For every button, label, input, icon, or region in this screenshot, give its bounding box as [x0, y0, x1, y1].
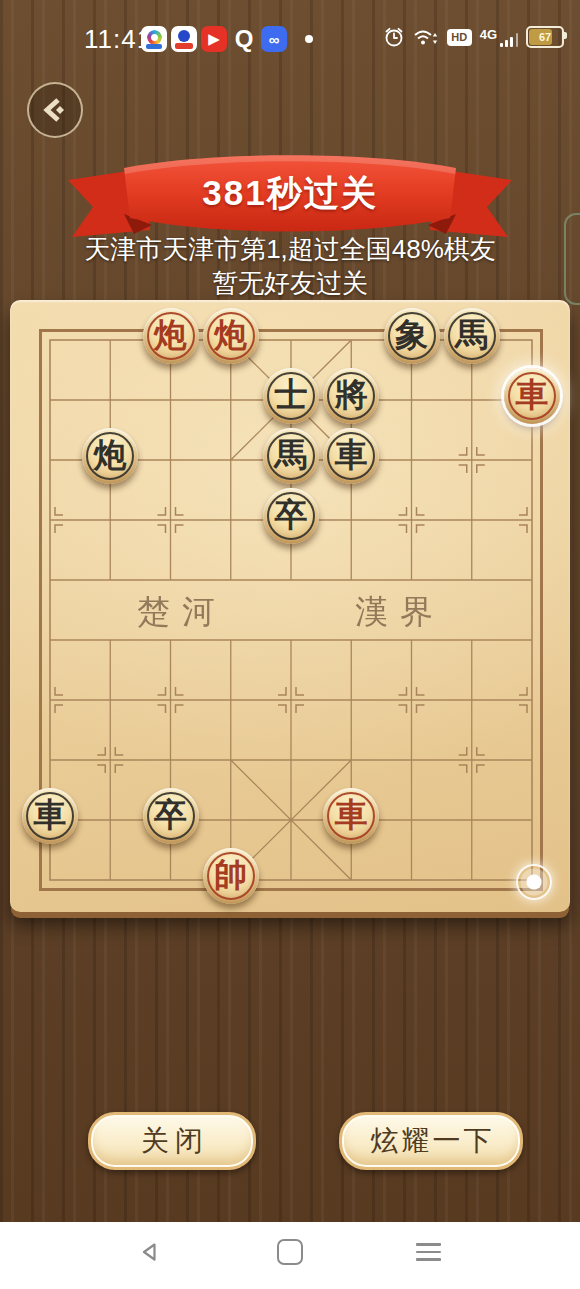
notification-icons: ▶ Q ∞	[141, 26, 313, 52]
piece-red-炮[interactable]: 炮	[143, 308, 199, 364]
alarm-clock-icon	[383, 26, 405, 48]
piece-red-帥[interactable]: 帥	[203, 848, 259, 904]
piece-black-車[interactable]: 車	[22, 788, 78, 844]
piece-glyph: 車	[34, 799, 67, 832]
rank-stats: 天津市天津市第1,超过全国48%棋友 暂无好友过关	[0, 232, 580, 300]
piece-glyph: 象	[395, 319, 428, 352]
nav-back-icon	[137, 1239, 163, 1265]
app-q-icon: Q	[231, 26, 257, 52]
piece-black-將[interactable]: 將	[323, 368, 379, 424]
piece-red-車[interactable]: 車	[323, 788, 379, 844]
piece-glyph: 車	[335, 439, 368, 472]
close-button[interactable]: 关闭	[88, 1112, 256, 1170]
rank-line: 天津市天津市第1,超过全国48%棋友	[0, 232, 580, 266]
app-infinity-icon: ∞	[261, 26, 287, 52]
piece-glyph: 將	[335, 379, 368, 412]
piece-black-象[interactable]: 象	[384, 308, 440, 364]
river-label-han-jie: 漢界	[324, 590, 464, 635]
piece-red-車[interactable]: 車	[504, 368, 560, 424]
move-from-indicator	[516, 864, 552, 900]
back-arrow-icon	[38, 93, 72, 127]
piece-black-炮[interactable]: 炮	[82, 428, 138, 484]
status-bar: 11:41 ▶ Q ∞ HD 4G 67	[0, 0, 580, 64]
piece-glyph: 車	[516, 379, 549, 412]
back-button[interactable]	[27, 82, 83, 138]
piece-glyph: 馬	[275, 439, 308, 472]
banner-title: 381秒过关	[60, 170, 520, 217]
piece-glyph: 炮	[94, 439, 127, 472]
nav-home-icon	[277, 1239, 303, 1265]
nav-back-button[interactable]	[124, 1222, 176, 1282]
piece-glyph: 車	[335, 799, 368, 832]
app-paw-icon	[171, 26, 197, 52]
piece-glyph: 卒	[154, 799, 187, 832]
piece-black-車[interactable]: 車	[323, 428, 379, 484]
river-label-chu-he: 楚河	[106, 590, 246, 635]
app-ring-icon	[141, 26, 167, 52]
piece-glyph: 炮	[154, 319, 187, 352]
battery-icon: 67	[526, 26, 564, 48]
piece-glyph: 帥	[214, 859, 247, 892]
piece-glyph: 炮	[214, 319, 247, 352]
xiangqi-board[interactable]: 楚河 漢界 炮炮象馬士將車炮馬車卒車卒車帥	[10, 300, 570, 912]
nav-menu-icon	[416, 1243, 441, 1260]
piece-black-馬[interactable]: 馬	[444, 308, 500, 364]
piece-glyph: 卒	[275, 499, 308, 532]
piece-black-卒[interactable]: 卒	[263, 488, 319, 544]
notification-dot-icon	[305, 35, 313, 43]
battery-percent: 67	[528, 31, 562, 43]
piece-red-炮[interactable]: 炮	[203, 308, 259, 364]
edge-float-handle[interactable]	[564, 213, 580, 305]
app-play-icon: ▶	[201, 26, 227, 52]
android-nav-bar	[0, 1222, 580, 1289]
piece-black-卒[interactable]: 卒	[143, 788, 199, 844]
nav-menu-button[interactable]	[402, 1222, 454, 1282]
nav-home-button[interactable]	[264, 1222, 316, 1282]
piece-black-馬[interactable]: 馬	[263, 428, 319, 484]
hd-badge: HD	[447, 29, 472, 46]
piece-black-士[interactable]: 士	[263, 368, 319, 424]
piece-glyph: 士	[275, 379, 308, 412]
piece-glyph: 馬	[455, 319, 488, 352]
ribbon-banner: 381秒过关	[60, 146, 520, 238]
wifi-icon	[413, 27, 439, 47]
network-4g-icon: 4G	[480, 28, 518, 47]
system-icons: HD 4G 67	[383, 25, 564, 49]
brag-button[interactable]: 炫耀一下	[339, 1112, 523, 1170]
friends-line: 暂无好友过关	[0, 266, 580, 300]
